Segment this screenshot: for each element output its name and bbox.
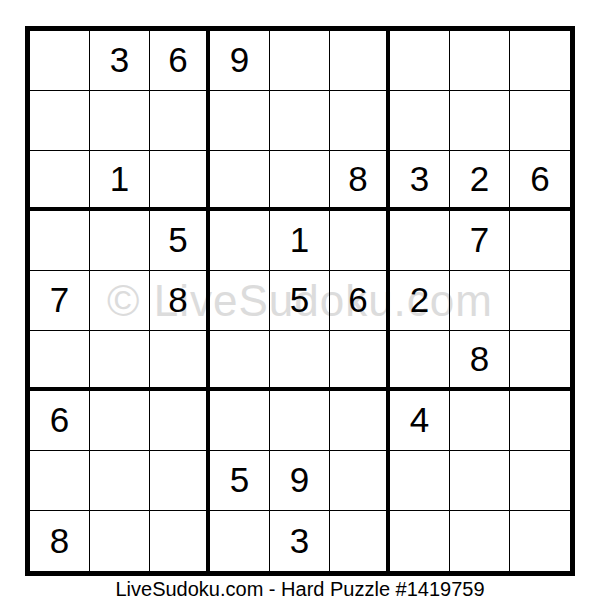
cell-r5c1[interactable]: 7 (30, 271, 90, 331)
cell-r5c6[interactable]: 6 (330, 271, 390, 331)
given-digit: 5 (168, 222, 187, 259)
cell-r5c8[interactable] (450, 271, 510, 331)
cell-r8c8[interactable] (450, 451, 510, 511)
cell-r2c8[interactable] (450, 91, 510, 151)
cell-r6c7[interactable] (390, 331, 450, 391)
cell-r1c3[interactable]: 6 (150, 31, 210, 91)
cell-r7c3[interactable] (150, 391, 210, 451)
cell-r5c2[interactable] (90, 271, 150, 331)
cell-r8c4[interactable]: 5 (210, 451, 270, 511)
given-digit: 5 (290, 282, 309, 319)
cell-r6c4[interactable] (210, 331, 270, 391)
cell-r6c3[interactable] (150, 331, 210, 391)
cell-r1c5[interactable] (270, 31, 330, 91)
cell-r3c3[interactable] (150, 151, 210, 211)
cell-r6c5[interactable] (270, 331, 330, 391)
cell-r4c7[interactable] (390, 211, 450, 271)
cell-r8c7[interactable] (390, 451, 450, 511)
caption: LiveSudoku.com - Hard Puzzle #1419759 (0, 578, 600, 601)
cell-r5c7[interactable]: 2 (390, 271, 450, 331)
cell-r8c2[interactable] (90, 451, 150, 511)
given-digit: 8 (168, 282, 187, 319)
cell-r3c5[interactable] (270, 151, 330, 211)
cell-r5c4[interactable] (210, 271, 270, 331)
given-digit: 3 (290, 523, 309, 560)
cell-r1c6[interactable] (330, 31, 390, 91)
given-digit: 1 (290, 222, 309, 259)
cell-r1c8[interactable] (450, 31, 510, 91)
cell-r6c8[interactable]: 8 (450, 331, 510, 391)
given-digit: 8 (50, 523, 69, 560)
given-digit: 5 (230, 462, 249, 499)
cell-r2c4[interactable] (210, 91, 270, 151)
cell-r8c5[interactable]: 9 (270, 451, 330, 511)
cell-r1c1[interactable] (30, 31, 90, 91)
cell-r7c7[interactable]: 4 (390, 391, 450, 451)
cell-r3c7[interactable]: 3 (390, 151, 450, 211)
cell-r6c6[interactable] (330, 331, 390, 391)
cell-r7c9[interactable] (510, 391, 570, 451)
sudoku-grid: 36918326517785628645983 (25, 26, 575, 576)
cell-r7c8[interactable] (450, 391, 510, 451)
cell-r3c4[interactable] (210, 151, 270, 211)
cell-r5c9[interactable] (510, 271, 570, 331)
cell-r7c4[interactable] (210, 391, 270, 451)
sudoku-board: © LiveSudoku.com 36918326517785628645983 (25, 26, 575, 576)
cell-r2c9[interactable] (510, 91, 570, 151)
cell-r2c1[interactable] (30, 91, 90, 151)
cell-r4c9[interactable] (510, 211, 570, 271)
given-digit: 2 (470, 161, 489, 198)
cell-r1c4[interactable]: 9 (210, 31, 270, 91)
given-digit: 6 (50, 402, 69, 439)
cell-r9c6[interactable] (330, 511, 390, 571)
cell-r4c4[interactable] (210, 211, 270, 271)
given-digit: 2 (410, 282, 429, 319)
cell-r3c6[interactable]: 8 (330, 151, 390, 211)
cell-r4c2[interactable] (90, 211, 150, 271)
given-digit: 3 (110, 42, 129, 79)
cell-r2c2[interactable] (90, 91, 150, 151)
cell-r3c8[interactable]: 2 (450, 151, 510, 211)
sudoku-page: © LiveSudoku.com 36918326517785628645983… (0, 0, 600, 615)
cell-r3c2[interactable]: 1 (90, 151, 150, 211)
cell-r1c7[interactable] (390, 31, 450, 91)
cell-r4c8[interactable]: 7 (450, 211, 510, 271)
cell-r9c3[interactable] (150, 511, 210, 571)
cell-r6c1[interactable] (30, 331, 90, 391)
cell-r1c2[interactable]: 3 (90, 31, 150, 91)
given-digit: 8 (348, 161, 367, 198)
cell-r5c3[interactable]: 8 (150, 271, 210, 331)
cell-r2c6[interactable] (330, 91, 390, 151)
given-digit: 7 (50, 282, 69, 319)
cell-r5c5[interactable]: 5 (270, 271, 330, 331)
cell-r9c5[interactable]: 3 (270, 511, 330, 571)
given-digit: 9 (290, 462, 309, 499)
given-digit: 6 (168, 42, 187, 79)
cell-r4c6[interactable] (330, 211, 390, 271)
given-digit: 6 (348, 282, 367, 319)
given-digit: 9 (230, 42, 249, 79)
cell-r9c7[interactable] (390, 511, 450, 571)
given-digit: 8 (470, 341, 489, 378)
cell-r1c9[interactable] (510, 31, 570, 91)
given-digit: 7 (470, 222, 489, 259)
cell-r9c9[interactable] (510, 511, 570, 571)
cell-r3c9[interactable]: 6 (510, 151, 570, 211)
cell-r2c3[interactable] (150, 91, 210, 151)
cell-r4c1[interactable] (30, 211, 90, 271)
given-digit: 4 (410, 402, 429, 439)
cell-r7c2[interactable] (90, 391, 150, 451)
cell-r7c6[interactable] (330, 391, 390, 451)
cell-r4c5[interactable]: 1 (270, 211, 330, 271)
cell-r4c3[interactable]: 5 (150, 211, 210, 271)
cell-r6c9[interactable] (510, 331, 570, 391)
cell-r7c5[interactable] (270, 391, 330, 451)
cell-r2c7[interactable] (390, 91, 450, 151)
given-digit: 6 (530, 161, 549, 198)
cell-r6c2[interactable] (90, 331, 150, 391)
given-digit: 1 (110, 161, 129, 198)
given-digit: 3 (410, 161, 429, 198)
cell-r9c8[interactable] (450, 511, 510, 571)
cell-r9c4[interactable] (210, 511, 270, 571)
cell-r2c5[interactable] (270, 91, 330, 151)
cell-r9c1[interactable]: 8 (30, 511, 90, 571)
cell-r8c1[interactable] (30, 451, 90, 511)
cell-r8c9[interactable] (510, 451, 570, 511)
cell-r3c1[interactable] (30, 151, 90, 211)
cell-r8c6[interactable] (330, 451, 390, 511)
cell-r7c1[interactable]: 6 (30, 391, 90, 451)
cell-r9c2[interactable] (90, 511, 150, 571)
cell-r8c3[interactable] (150, 451, 210, 511)
